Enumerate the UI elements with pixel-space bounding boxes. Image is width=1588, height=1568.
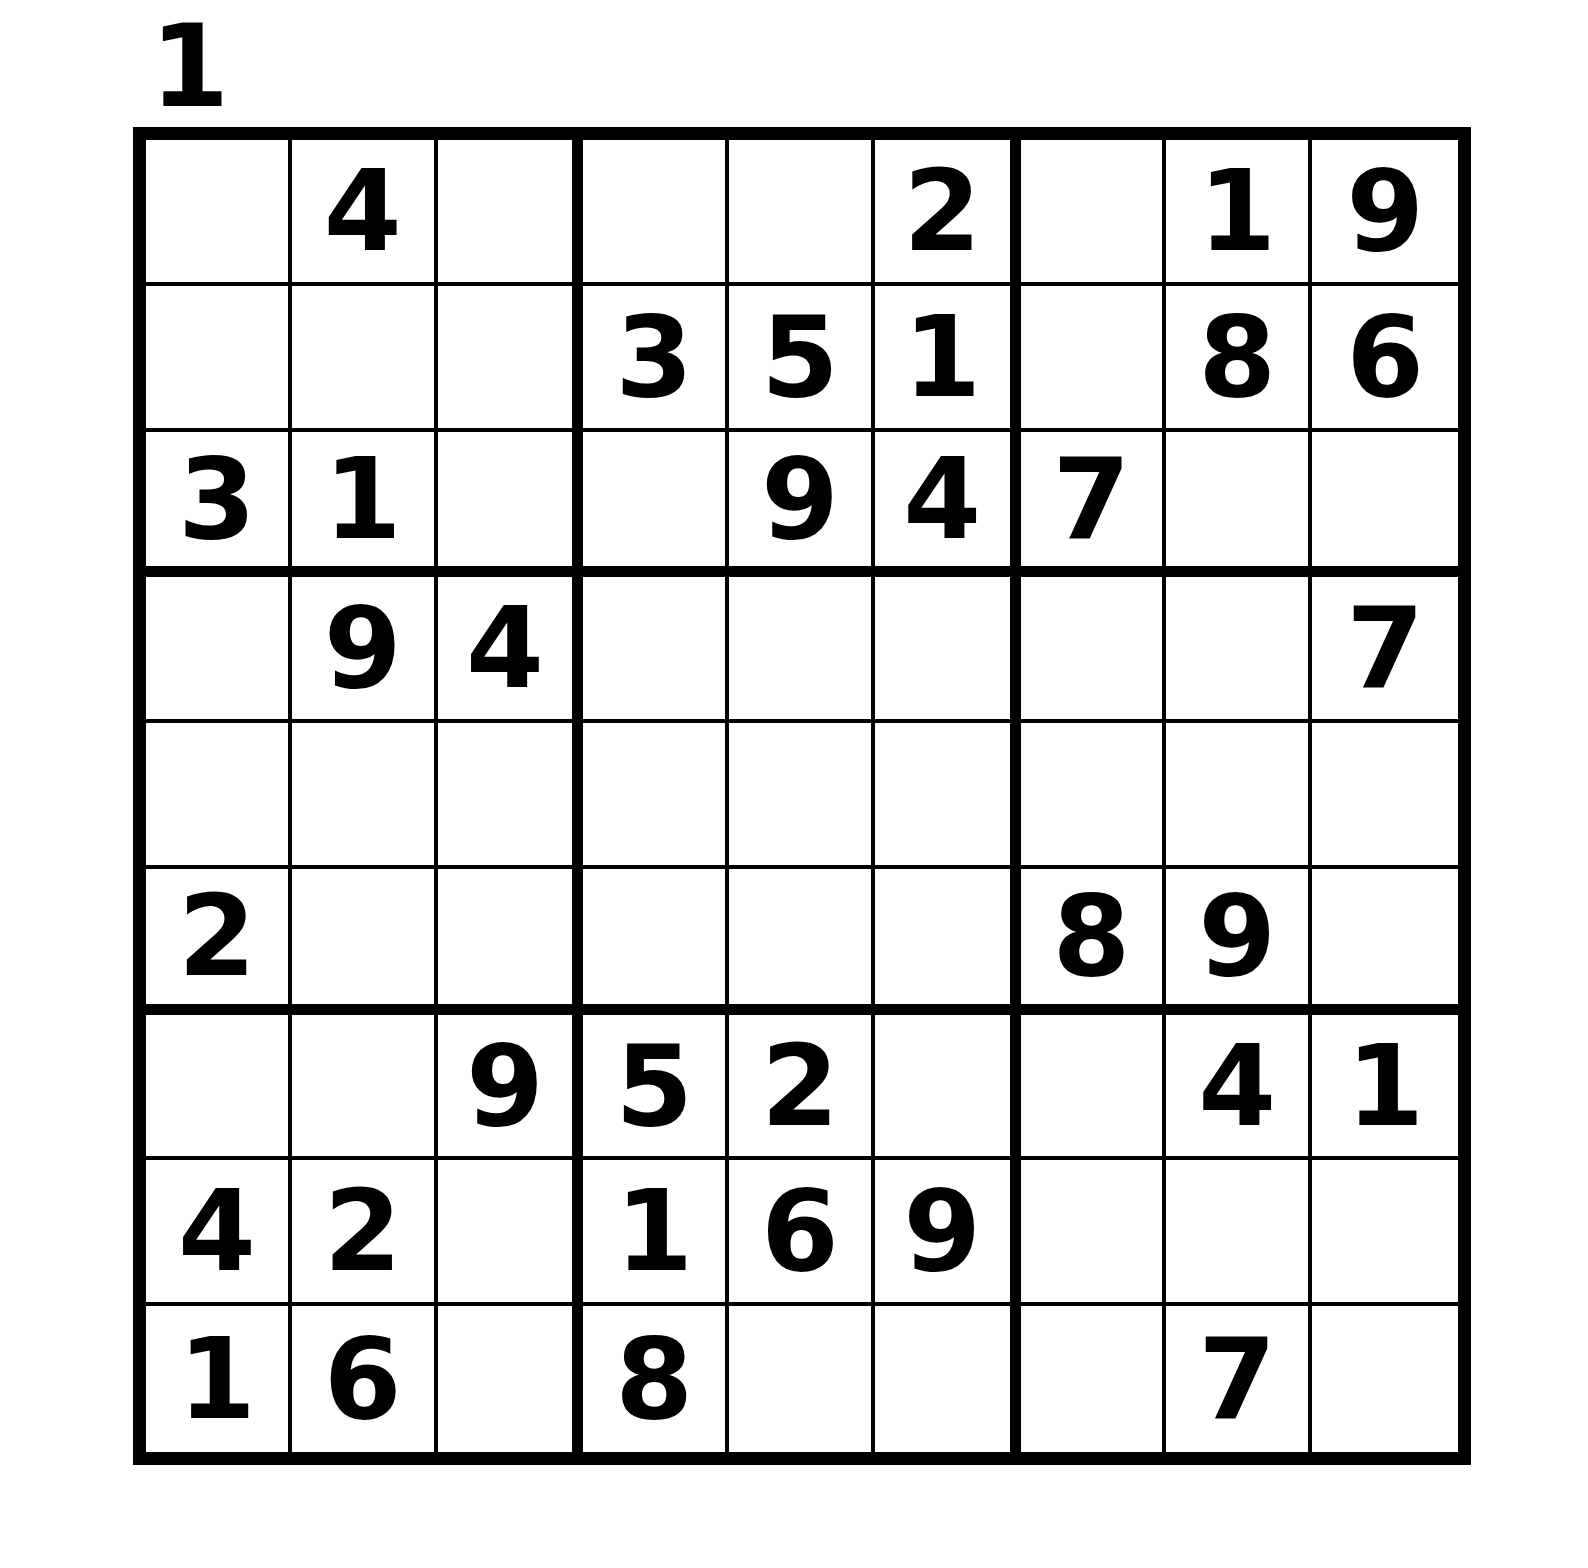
sudoku-board: 4219351863194794728995241421691687 <box>133 127 1471 1465</box>
cell-r9c8[interactable]: 7 <box>1166 1306 1312 1452</box>
cell-r5c4[interactable] <box>583 723 729 869</box>
cell-r4c1[interactable] <box>146 577 292 723</box>
cell-r5c9[interactable] <box>1312 723 1458 869</box>
cell-r9c3[interactable] <box>438 1306 584 1452</box>
cell-r3c8[interactable] <box>1166 432 1312 578</box>
cell-r5c3[interactable] <box>438 723 584 869</box>
cell-r1c1[interactable] <box>146 140 292 286</box>
cell-r2c9[interactable]: 6 <box>1312 286 1458 432</box>
cell-r2c8[interactable]: 8 <box>1166 286 1312 432</box>
cell-r2c5[interactable]: 5 <box>729 286 875 432</box>
cell-r1c3[interactable] <box>438 140 584 286</box>
cell-r7c2[interactable] <box>292 1015 438 1161</box>
cell-r6c8[interactable]: 9 <box>1166 869 1312 1015</box>
cell-r1c5[interactable] <box>729 140 875 286</box>
cell-r3c7[interactable]: 7 <box>1021 432 1167 578</box>
cell-r3c5[interactable]: 9 <box>729 432 875 578</box>
cell-r6c3[interactable] <box>438 869 584 1015</box>
cell-r3c3[interactable] <box>438 432 584 578</box>
cell-r5c7[interactable] <box>1021 723 1167 869</box>
cell-r8c8[interactable] <box>1166 1160 1312 1306</box>
cell-r7c6[interactable] <box>875 1015 1021 1161</box>
cell-r9c7[interactable] <box>1021 1306 1167 1452</box>
cell-r1c6[interactable]: 2 <box>875 140 1021 286</box>
cell-r4c5[interactable] <box>729 577 875 723</box>
cell-r5c5[interactable] <box>729 723 875 869</box>
cell-r5c6[interactable] <box>875 723 1021 869</box>
cell-r8c9[interactable] <box>1312 1160 1458 1306</box>
cell-r2c4[interactable]: 3 <box>583 286 729 432</box>
cell-r9c9[interactable] <box>1312 1306 1458 1452</box>
cell-r2c6[interactable]: 1 <box>875 286 1021 432</box>
cell-r6c6[interactable] <box>875 869 1021 1015</box>
cell-r8c4[interactable]: 1 <box>583 1160 729 1306</box>
cell-r2c7[interactable] <box>1021 286 1167 432</box>
cell-r1c4[interactable] <box>583 140 729 286</box>
cell-r8c2[interactable]: 2 <box>292 1160 438 1306</box>
cell-r4c7[interactable] <box>1021 577 1167 723</box>
cell-r9c1[interactable]: 1 <box>146 1306 292 1452</box>
cell-r7c5[interactable]: 2 <box>729 1015 875 1161</box>
cell-r3c4[interactable] <box>583 432 729 578</box>
cell-r2c2[interactable] <box>292 286 438 432</box>
cell-r9c6[interactable] <box>875 1306 1021 1452</box>
cell-r6c4[interactable] <box>583 869 729 1015</box>
cell-r4c3[interactable]: 4 <box>438 577 584 723</box>
cell-r8c6[interactable]: 9 <box>875 1160 1021 1306</box>
cell-r8c7[interactable] <box>1021 1160 1167 1306</box>
cell-r5c8[interactable] <box>1166 723 1312 869</box>
cell-r4c8[interactable] <box>1166 577 1312 723</box>
cell-r4c4[interactable] <box>583 577 729 723</box>
cell-r3c2[interactable]: 1 <box>292 432 438 578</box>
cell-r4c9[interactable]: 7 <box>1312 577 1458 723</box>
cell-r5c2[interactable] <box>292 723 438 869</box>
cell-r7c9[interactable]: 1 <box>1312 1015 1458 1161</box>
cell-r6c9[interactable] <box>1312 869 1458 1015</box>
cell-r1c2[interactable]: 4 <box>292 140 438 286</box>
cell-r5c1[interactable] <box>146 723 292 869</box>
sudoku-page: 1 4219351863194794728995241421691687 <box>0 0 1588 1568</box>
cell-r2c3[interactable] <box>438 286 584 432</box>
cell-r8c3[interactable] <box>438 1160 584 1306</box>
cell-r6c2[interactable] <box>292 869 438 1015</box>
cell-r6c1[interactable]: 2 <box>146 869 292 1015</box>
cell-r9c4[interactable]: 8 <box>583 1306 729 1452</box>
cell-r4c2[interactable]: 9 <box>292 577 438 723</box>
cell-r1c8[interactable]: 1 <box>1166 140 1312 286</box>
cell-r7c7[interactable] <box>1021 1015 1167 1161</box>
cell-r2c1[interactable] <box>146 286 292 432</box>
cell-r1c7[interactable] <box>1021 140 1167 286</box>
cell-r7c1[interactable] <box>146 1015 292 1161</box>
cell-r3c1[interactable]: 3 <box>146 432 292 578</box>
cell-r6c5[interactable] <box>729 869 875 1015</box>
cell-r1c9[interactable]: 9 <box>1312 140 1458 286</box>
cell-r7c4[interactable]: 5 <box>583 1015 729 1161</box>
cell-r6c7[interactable]: 8 <box>1021 869 1167 1015</box>
cell-r7c8[interactable]: 4 <box>1166 1015 1312 1161</box>
cell-r3c6[interactable]: 4 <box>875 432 1021 578</box>
cell-r9c2[interactable]: 6 <box>292 1306 438 1452</box>
cell-r4c6[interactable] <box>875 577 1021 723</box>
cell-r8c5[interactable]: 6 <box>729 1160 875 1306</box>
cell-r9c5[interactable] <box>729 1306 875 1452</box>
cell-r8c1[interactable]: 4 <box>146 1160 292 1306</box>
cell-r3c9[interactable] <box>1312 432 1458 578</box>
puzzle-number-label: 1 <box>150 10 229 124</box>
cell-r7c3[interactable]: 9 <box>438 1015 584 1161</box>
